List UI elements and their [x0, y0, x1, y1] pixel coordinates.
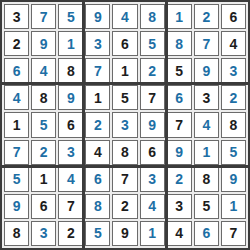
- cell-r5c2[interactable]: 5: [31, 112, 56, 137]
- cell-r8c9[interactable]: 1: [221, 194, 246, 219]
- cell-r6c7[interactable]: 9: [167, 140, 192, 165]
- cell-r3c5[interactable]: 1: [112, 58, 137, 83]
- cell-r1c5[interactable]: 4: [112, 4, 137, 29]
- cell-r8c6[interactable]: 4: [140, 194, 165, 219]
- cell-r6c8[interactable]: 1: [194, 140, 219, 165]
- cell-r3c8[interactable]: 9: [194, 58, 219, 83]
- cell-r4c6[interactable]: 7: [140, 85, 165, 110]
- cell-r8c4[interactable]: 8: [85, 194, 110, 219]
- cell-r2c7[interactable]: 8: [167, 31, 192, 56]
- cell-r1c4[interactable]: 9: [85, 4, 110, 29]
- cell-r7c8[interactable]: 8: [194, 167, 219, 192]
- cell-r8c3[interactable]: 7: [58, 194, 83, 219]
- cell-r7c5[interactable]: 7: [112, 167, 137, 192]
- cell-r9c4[interactable]: 5: [85, 221, 110, 246]
- cell-r2c4[interactable]: 3: [85, 31, 110, 56]
- cell-r7c3[interactable]: 4: [58, 167, 83, 192]
- cell-r9c2[interactable]: 3: [31, 221, 56, 246]
- cell-r3c7[interactable]: 5: [167, 58, 192, 83]
- cell-r4c8[interactable]: 3: [194, 85, 219, 110]
- cell-r2c8[interactable]: 7: [194, 31, 219, 56]
- cell-r2c2[interactable]: 9: [31, 31, 56, 56]
- cell-r7c9[interactable]: 9: [221, 167, 246, 192]
- cell-r4c7[interactable]: 6: [167, 85, 192, 110]
- cell-r5c7[interactable]: 7: [167, 112, 192, 137]
- cell-r8c1[interactable]: 9: [4, 194, 29, 219]
- cell-r3c6[interactable]: 2: [140, 58, 165, 83]
- cell-r9c3[interactable]: 2: [58, 221, 83, 246]
- cell-r9c8[interactable]: 6: [194, 221, 219, 246]
- cell-r5c9[interactable]: 8: [221, 112, 246, 137]
- cell-r2c1[interactable]: 2: [4, 31, 29, 56]
- cell-r4c2[interactable]: 8: [31, 85, 56, 110]
- cell-r7c2[interactable]: 1: [31, 167, 56, 192]
- cell-r3c1[interactable]: 6: [4, 58, 29, 83]
- cell-r4c5[interactable]: 5: [112, 85, 137, 110]
- cell-r6c4[interactable]: 4: [85, 140, 110, 165]
- cell-r8c7[interactable]: 3: [167, 194, 192, 219]
- cell-r2c5[interactable]: 6: [112, 31, 137, 56]
- box-separator-vertical-1: [82, 2, 85, 248]
- sudoku-board: 3759481262913658746487125934891576321562…: [0, 0, 250, 250]
- box-separator-vertical-2: [165, 2, 168, 248]
- cell-r4c3[interactable]: 9: [58, 85, 83, 110]
- cell-r1c3[interactable]: 5: [58, 4, 83, 29]
- cell-r1c7[interactable]: 1: [167, 4, 192, 29]
- box-separator-horizontal-1: [2, 82, 248, 85]
- box-separator-horizontal-2: [2, 165, 248, 168]
- cell-r3c4[interactable]: 7: [85, 58, 110, 83]
- cell-r4c9[interactable]: 2: [221, 85, 246, 110]
- cell-r8c5[interactable]: 2: [112, 194, 137, 219]
- cell-r9c7[interactable]: 4: [167, 221, 192, 246]
- cell-r5c4[interactable]: 2: [85, 112, 110, 137]
- cell-r1c6[interactable]: 8: [140, 4, 165, 29]
- cell-r8c2[interactable]: 6: [31, 194, 56, 219]
- cell-r5c3[interactable]: 6: [58, 112, 83, 137]
- cell-r7c1[interactable]: 5: [4, 167, 29, 192]
- cell-r5c6[interactable]: 9: [140, 112, 165, 137]
- cell-r9c1[interactable]: 8: [4, 221, 29, 246]
- cell-r5c1[interactable]: 1: [4, 112, 29, 137]
- cell-r6c6[interactable]: 6: [140, 140, 165, 165]
- cell-r5c8[interactable]: 4: [194, 112, 219, 137]
- cell-r5c5[interactable]: 3: [112, 112, 137, 137]
- cell-r9c5[interactable]: 9: [112, 221, 137, 246]
- cell-r6c1[interactable]: 7: [4, 140, 29, 165]
- cell-r3c3[interactable]: 8: [58, 58, 83, 83]
- cell-r2c9[interactable]: 4: [221, 31, 246, 56]
- cell-r7c4[interactable]: 6: [85, 167, 110, 192]
- cell-r6c2[interactable]: 2: [31, 140, 56, 165]
- cell-r6c3[interactable]: 3: [58, 140, 83, 165]
- cell-r8c8[interactable]: 5: [194, 194, 219, 219]
- cell-r3c2[interactable]: 4: [31, 58, 56, 83]
- cell-r2c6[interactable]: 5: [140, 31, 165, 56]
- cell-r1c8[interactable]: 2: [194, 4, 219, 29]
- cell-r2c3[interactable]: 1: [58, 31, 83, 56]
- cell-r1c2[interactable]: 7: [31, 4, 56, 29]
- cell-r6c9[interactable]: 5: [221, 140, 246, 165]
- cell-r3c9[interactable]: 3: [221, 58, 246, 83]
- cell-r9c6[interactable]: 1: [140, 221, 165, 246]
- cell-r7c6[interactable]: 3: [140, 167, 165, 192]
- cell-r1c1[interactable]: 3: [4, 4, 29, 29]
- cell-r7c7[interactable]: 2: [167, 167, 192, 192]
- cell-r4c4[interactable]: 1: [85, 85, 110, 110]
- cell-r4c1[interactable]: 4: [4, 85, 29, 110]
- cell-r6c5[interactable]: 8: [112, 140, 137, 165]
- cell-r9c9[interactable]: 7: [221, 221, 246, 246]
- sudoku-grid: 3759481262913658746487125934891576321562…: [2, 2, 248, 248]
- cell-r1c9[interactable]: 6: [221, 4, 246, 29]
